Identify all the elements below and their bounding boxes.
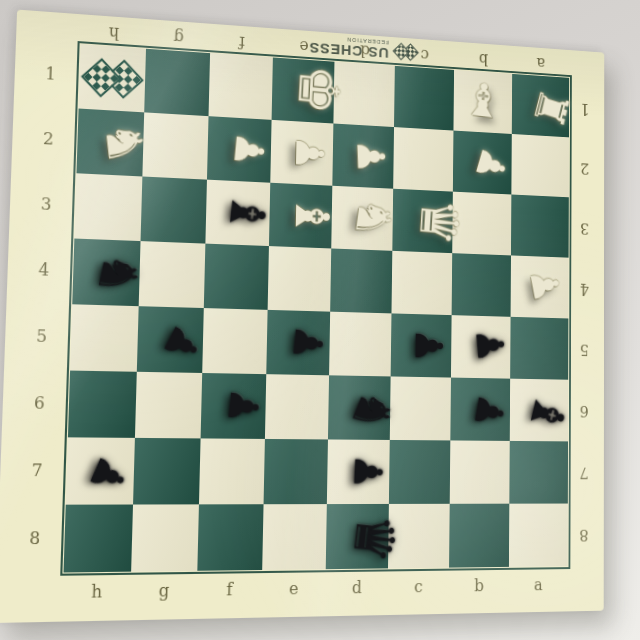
square-a8 [509, 504, 568, 567]
coord-top-f: f [230, 30, 254, 53]
square-h3 [74, 173, 142, 241]
square-b6: ♟ [450, 378, 510, 441]
square-c6 [390, 376, 451, 440]
square-f4 [204, 244, 269, 310]
vinyl-chess-mat: US CHESS FEDERATION ♚♝♜♞♟♟♟♟♝♝♞♛♞♟♟♟♟♟♟♞… [0, 10, 604, 623]
square-g3 [141, 176, 207, 243]
square-b2: ♟ [453, 131, 512, 195]
chessboard-grid: ♚♝♜♞♟♟♟♟♝♝♞♛♞♟♟♟♟♟♟♞♟♝♟♟♛ [64, 44, 570, 572]
square-f2: ♟ [207, 116, 272, 183]
square-g7 [133, 438, 201, 505]
square-b7 [450, 440, 510, 503]
square-g5: ♟ [137, 306, 204, 373]
square-a5 [510, 317, 568, 380]
coord-right-3: 3 [574, 217, 595, 239]
square-g8 [131, 504, 199, 571]
square-a6: ♝ [510, 379, 568, 442]
square-c5: ♟ [391, 313, 452, 377]
square-d3: ♞ [331, 186, 393, 251]
square-g1 [144, 49, 210, 116]
coord-left-6: 6 [26, 392, 52, 415]
us-chess-logo-icon [394, 44, 417, 61]
coord-left-1: 1 [38, 63, 64, 87]
coord-bottom-e: e [282, 578, 306, 601]
square-b3 [452, 192, 511, 256]
square-a7 [509, 441, 568, 504]
square-g2 [142, 112, 208, 179]
coord-top-h: h [101, 21, 126, 45]
coord-bottom-b: b [468, 575, 491, 597]
square-b4 [452, 253, 511, 317]
square-d6: ♞ [328, 375, 391, 440]
coord-left-8: 8 [21, 527, 48, 551]
piece-bP-c5-fallen: ♟ [398, 314, 459, 378]
square-c8 [388, 504, 450, 569]
square-d2: ♟ [332, 123, 394, 188]
coord-top-a: a [530, 52, 551, 74]
square-e4 [268, 246, 332, 312]
coord-right-2: 2 [574, 157, 595, 179]
square-a4: ♟ [511, 255, 569, 318]
square-e2: ♟ [270, 120, 333, 186]
square-e5: ♟ [266, 310, 330, 375]
coord-left-4: 4 [31, 259, 57, 283]
coord-top-b: b [472, 48, 494, 70]
coord-right-8: 8 [573, 524, 595, 546]
square-c7 [389, 440, 450, 504]
square-f3: ♝ [205, 180, 270, 246]
square-c4 [391, 251, 452, 315]
coord-right-5: 5 [574, 339, 595, 360]
square-h6 [68, 371, 137, 438]
square-a1: ♜ [512, 74, 569, 137]
coord-bottom-h: h [84, 580, 110, 604]
coord-bottom-a: a [527, 574, 549, 596]
square-g4 [139, 241, 206, 308]
square-f7 [199, 438, 265, 504]
coord-bottom-c: c [407, 576, 430, 599]
square-h4: ♞ [72, 239, 140, 307]
us-chess-brand-text: US CHESS FEDERATION [308, 34, 389, 63]
square-e1: ♚ [272, 57, 335, 123]
coord-bottom-g: g [151, 579, 176, 602]
square-d8: ♛ [326, 504, 389, 569]
square-h8 [64, 505, 134, 573]
coord-bottom-d: d [345, 577, 369, 600]
coord-left-7: 7 [24, 459, 50, 482]
square-c2 [393, 127, 453, 192]
piece-wB-b1: ♝ [452, 66, 515, 134]
square-e3: ♝ [269, 183, 332, 249]
square-a3 [511, 194, 569, 257]
square-f6: ♟ [201, 373, 267, 439]
square-d5 [329, 312, 391, 377]
square-b8 [449, 504, 509, 568]
square-b5: ♟ [451, 315, 511, 379]
square-h2: ♞ [76, 109, 144, 177]
coord-bottom-f: f [217, 579, 242, 602]
square-d1 [333, 62, 394, 127]
photo-of-chessboard: { "game": "chess", "scene": "Overhead ph… [0, 0, 640, 640]
square-c1 [394, 66, 454, 131]
square-d4 [330, 248, 392, 313]
coord-top-g: g [166, 25, 191, 48]
square-f8 [197, 504, 263, 571]
h1-us-chess-logo-icon [79, 44, 146, 112]
coord-left-2: 2 [35, 127, 61, 151]
square-e6 [265, 374, 329, 439]
square-d7: ♟ [327, 439, 390, 504]
square-c3: ♛ [392, 189, 453, 253]
square-h5 [70, 304, 139, 372]
coord-right-7: 7 [573, 462, 595, 483]
coord-right-4: 4 [574, 278, 595, 300]
piece-wP-a4-fallen: ♟ [511, 250, 579, 321]
square-e8 [262, 504, 327, 570]
square-b1: ♝ [453, 70, 512, 134]
square-a2 [511, 134, 569, 197]
coord-right-1: 1 [574, 98, 595, 120]
square-g6 [135, 372, 202, 439]
square-h7: ♟ [66, 437, 135, 504]
coord-left-5: 5 [28, 325, 54, 348]
coord-left-3: 3 [33, 193, 59, 217]
square-h1 [79, 44, 146, 112]
square-f5 [202, 308, 267, 374]
square-e7 [264, 439, 328, 504]
square-f1 [209, 53, 273, 120]
coord-right-6: 6 [573, 400, 595, 421]
